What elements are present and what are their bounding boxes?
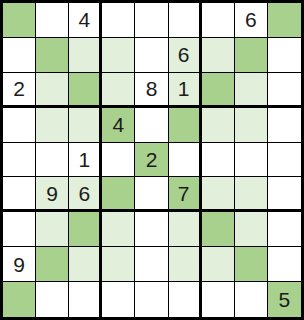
cell-r1c6[interactable] <box>169 3 202 38</box>
cell-r9c3[interactable] <box>69 282 102 317</box>
cell-r8c9[interactable] <box>268 247 301 282</box>
cell-r2c6[interactable]: 6 <box>169 38 202 73</box>
cell-r2c7[interactable] <box>202 38 235 73</box>
cell-r5c7[interactable] <box>202 143 235 178</box>
cell-r3c6[interactable]: 1 <box>169 73 202 108</box>
cell-r3c1[interactable]: 2 <box>3 73 36 108</box>
cell-r1c4[interactable] <box>102 3 135 38</box>
cell-r7c8[interactable] <box>235 212 268 247</box>
cell-r5c8[interactable] <box>235 143 268 178</box>
cell-r7c9[interactable] <box>268 212 301 247</box>
cell-r5c6[interactable] <box>169 143 202 178</box>
cell-r7c5[interactable] <box>135 212 168 247</box>
cell-r9c7[interactable] <box>202 282 235 317</box>
cell-r9c9[interactable]: 5 <box>268 282 301 317</box>
cell-r2c4[interactable] <box>102 38 135 73</box>
cell-r7c3[interactable] <box>69 212 102 247</box>
cell-r1c5[interactable] <box>135 3 168 38</box>
cell-r7c2[interactable] <box>36 212 69 247</box>
cell-r4c3[interactable] <box>69 108 102 143</box>
cell-r8c1[interactable]: 9 <box>3 247 36 282</box>
cell-r2c8[interactable] <box>235 38 268 73</box>
cell-r5c4[interactable] <box>102 143 135 178</box>
cell-r3c3[interactable] <box>69 73 102 108</box>
given-digit: 6 <box>245 9 257 30</box>
cell-r4c7[interactable] <box>202 108 235 143</box>
cell-r6c5[interactable] <box>135 177 168 212</box>
cell-r4c9[interactable] <box>268 108 301 143</box>
cell-r3c2[interactable] <box>36 73 69 108</box>
given-digit: 5 <box>279 289 291 310</box>
cell-r8c2[interactable] <box>36 247 69 282</box>
cell-r3c9[interactable] <box>268 73 301 108</box>
cell-r7c6[interactable] <box>169 212 202 247</box>
cell-r5c9[interactable] <box>268 143 301 178</box>
cell-r8c7[interactable] <box>202 247 235 282</box>
cell-r6c8[interactable] <box>235 177 268 212</box>
cell-r6c6[interactable]: 7 <box>169 177 202 212</box>
cell-r2c2[interactable] <box>36 38 69 73</box>
cell-r1c7[interactable] <box>202 3 235 38</box>
cell-r8c5[interactable] <box>135 247 168 282</box>
given-digit: 6 <box>78 183 90 204</box>
cell-r6c2[interactable]: 9 <box>36 177 69 212</box>
cell-r1c8[interactable]: 6 <box>235 3 268 38</box>
cell-r4c5[interactable] <box>135 108 168 143</box>
cell-r9c5[interactable] <box>135 282 168 317</box>
cell-r8c3[interactable] <box>69 247 102 282</box>
cell-r6c7[interactable] <box>202 177 235 212</box>
cell-r1c2[interactable] <box>36 3 69 38</box>
given-digit: 4 <box>113 114 125 135</box>
given-digit: 4 <box>78 9 90 30</box>
cell-r3c8[interactable] <box>235 73 268 108</box>
given-digit: 9 <box>13 254 25 275</box>
cell-r4c4[interactable]: 4 <box>102 108 135 143</box>
cell-r4c2[interactable] <box>36 108 69 143</box>
cell-r7c7[interactable] <box>202 212 235 247</box>
cell-r9c8[interactable] <box>235 282 268 317</box>
given-digit: 1 <box>178 78 190 99</box>
cell-r5c1[interactable] <box>3 143 36 178</box>
cell-r6c3[interactable]: 6 <box>69 177 102 212</box>
cell-r5c2[interactable] <box>36 143 69 178</box>
cell-r2c5[interactable] <box>135 38 168 73</box>
cell-r7c4[interactable] <box>102 212 135 247</box>
cell-r4c1[interactable] <box>3 108 36 143</box>
cell-r1c3[interactable]: 4 <box>69 3 102 38</box>
cell-r6c4[interactable] <box>102 177 135 212</box>
cell-r9c4[interactable] <box>102 282 135 317</box>
given-digit: 6 <box>178 44 190 65</box>
cell-r4c6[interactable] <box>169 108 202 143</box>
cell-r7c1[interactable] <box>3 212 36 247</box>
cell-r8c8[interactable] <box>235 247 268 282</box>
cell-r3c7[interactable] <box>202 73 235 108</box>
cell-r4c8[interactable] <box>235 108 268 143</box>
cell-r6c1[interactable] <box>3 177 36 212</box>
given-digit: 9 <box>46 183 58 204</box>
cell-r5c5[interactable]: 2 <box>135 143 168 178</box>
cell-r1c1[interactable] <box>3 3 36 38</box>
cell-r9c6[interactable] <box>169 282 202 317</box>
given-digit: 1 <box>78 149 90 170</box>
cell-r2c9[interactable] <box>268 38 301 73</box>
cell-r5c3[interactable]: 1 <box>69 143 102 178</box>
cell-r3c4[interactable] <box>102 73 135 108</box>
cell-r2c1[interactable] <box>3 38 36 73</box>
cell-r1c9[interactable] <box>268 3 301 38</box>
cell-r8c4[interactable] <box>102 247 135 282</box>
given-digit: 7 <box>178 183 190 204</box>
given-digit: 2 <box>146 149 158 170</box>
given-digit: 8 <box>146 78 158 99</box>
given-digit: 2 <box>13 78 25 99</box>
cell-r2c3[interactable] <box>69 38 102 73</box>
cell-r9c1[interactable] <box>3 282 36 317</box>
cell-r8c6[interactable] <box>169 247 202 282</box>
cell-r6c9[interactable] <box>268 177 301 212</box>
sudoku-board: 46628141296795 <box>0 0 304 320</box>
cell-r9c2[interactable] <box>36 282 69 317</box>
cell-r3c5[interactable]: 8 <box>135 73 168 108</box>
